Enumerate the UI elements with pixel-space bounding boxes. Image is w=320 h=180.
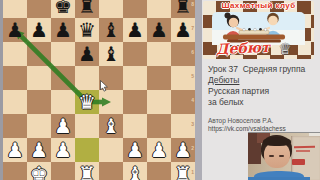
square-d3[interactable] — [75, 114, 99, 138]
square-e5[interactable] — [99, 66, 123, 90]
piece-black-pawn-g7[interactable]: ♟ — [147, 18, 171, 42]
square-e2[interactable] — [99, 138, 123, 162]
series-title-text: Дебют — [216, 39, 270, 57]
square-h5[interactable] — [171, 66, 195, 90]
square-c6[interactable] — [51, 42, 75, 66]
piece-white-king-b1[interactable]: ♚ — [27, 162, 51, 180]
square-e4[interactable] — [99, 90, 123, 114]
square-d5[interactable] — [75, 66, 99, 90]
piece-white-pawn-c3[interactable]: ♟ — [51, 114, 75, 138]
piece-white-pawn-h2[interactable]: ♟ — [171, 138, 195, 162]
square-b5[interactable] — [27, 66, 51, 90]
square-a6[interactable] — [3, 42, 27, 66]
club-logo: Шахматный клуб Дебют ♕ — [203, 1, 314, 59]
club-name-text: Шахматный клуб — [203, 1, 314, 10]
square-g4[interactable] — [147, 90, 171, 114]
piece-white-pawn-b2[interactable]: ♟ — [27, 138, 51, 162]
piece-black-pawn-b7[interactable]: ♟ — [27, 18, 51, 42]
lesson-title: Урок 37 Средняя группа — [208, 64, 305, 74]
piece-white-pawn-a2[interactable]: ♟ — [3, 138, 27, 162]
piece-white-rook-d1[interactable]: ♜ — [75, 162, 99, 180]
side-label: за белых — [208, 97, 244, 107]
info-panel: Шахматный клуб Дебют ♕ Урок 37 Средняя г… — [202, 0, 320, 180]
square-a3[interactable] — [3, 114, 27, 138]
piece-white-pawn-c2[interactable]: ♟ — [51, 138, 75, 162]
square-b4[interactable] — [27, 90, 51, 114]
webcam-video — [248, 132, 320, 180]
piece-black-rook-h8[interactable]: ♜ — [171, 0, 195, 18]
presenter-hair-fringe — [263, 137, 291, 146]
piece-black-queen-d7[interactable]: ♛ — [75, 18, 99, 42]
video-frame: ♚♜♜♟♟♟♛♝♟♟♟♟♝♛♟♝♟♟♟♟♟♟♚♜♝♜87654321 — [0, 0, 320, 180]
square-f6[interactable] — [123, 42, 147, 66]
square-a8[interactable] — [3, 0, 27, 18]
piece-black-pawn-c7[interactable]: ♟ — [51, 18, 75, 42]
chess-board[interactable]: ♚♜♜♟♟♟♛♝♟♟♟♟♝♛♟♝♟♟♟♟♟♟♚♜♝♜87654321 — [3, 0, 195, 180]
webcam-red-writing-2 — [296, 150, 310, 152]
piece-white-pawn-f2[interactable]: ♟ — [123, 138, 147, 162]
opening-name: Русская партия — [208, 86, 269, 96]
square-c1[interactable] — [51, 162, 75, 180]
square-h6[interactable] — [171, 42, 195, 66]
author-credit: Автор Новоселов Р.А. — [208, 117, 273, 124]
piece-white-rook-h1[interactable]: ♜ — [171, 162, 195, 180]
square-g5[interactable] — [147, 66, 171, 90]
square-g6[interactable] — [147, 42, 171, 66]
square-e1[interactable] — [99, 162, 123, 180]
square-f8[interactable] — [123, 0, 147, 18]
piece-black-pawn-f7[interactable]: ♟ — [123, 18, 147, 42]
square-b6[interactable] — [27, 42, 51, 66]
piece-white-bishop-f1[interactable]: ♝ — [123, 162, 147, 180]
square-h3[interactable] — [171, 114, 195, 138]
square-c5[interactable] — [51, 66, 75, 90]
piece-white-queen-d4[interactable]: ♛ — [75, 90, 99, 114]
piece-black-bishop-e6[interactable]: ♝ — [99, 42, 123, 66]
piece-white-pawn-g2[interactable]: ♟ — [147, 138, 171, 162]
vk-link[interactable]: https://vk.com/vsaldachess — [208, 125, 286, 132]
square-f3[interactable] — [123, 114, 147, 138]
square-g8[interactable] — [147, 0, 171, 18]
topic-label: Дебюты — [208, 75, 239, 85]
piece-black-bishop-e7[interactable]: ♝ — [99, 18, 123, 42]
square-f4[interactable] — [123, 90, 147, 114]
white-chess-piece-icon: ♕ — [279, 41, 292, 57]
presenter-right-eye — [279, 155, 284, 157]
webcam-red-sticker — [292, 159, 305, 165]
square-a1[interactable] — [3, 162, 27, 180]
square-a5[interactable] — [3, 66, 27, 90]
piece-black-pawn-a7[interactable]: ♟ — [3, 18, 27, 42]
square-b8[interactable] — [27, 0, 51, 18]
presenter-left-eye — [269, 155, 274, 157]
presenter-shoulders — [248, 177, 310, 180]
square-c4[interactable] — [51, 90, 75, 114]
square-h4[interactable] — [171, 90, 195, 114]
square-b3[interactable] — [27, 114, 51, 138]
square-a4[interactable] — [3, 90, 27, 114]
piece-white-bishop-e3[interactable]: ♝ — [99, 114, 123, 138]
square-d2[interactable] — [75, 138, 99, 162]
square-e8[interactable] — [99, 0, 123, 18]
square-g1[interactable] — [147, 162, 171, 180]
panel-divider — [195, 0, 202, 180]
piece-black-pawn-h7[interactable]: ♟ — [171, 18, 195, 42]
piece-black-pawn-d6[interactable]: ♟ — [75, 42, 99, 66]
square-f5[interactable] — [123, 66, 147, 90]
square-g3[interactable] — [147, 114, 171, 138]
piece-black-rook-d8[interactable]: ♜ — [75, 0, 99, 18]
piece-black-king-c8[interactable]: ♚ — [51, 0, 75, 18]
